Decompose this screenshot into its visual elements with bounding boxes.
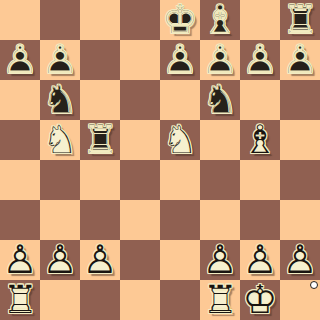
square-g6[interactable] [240, 80, 280, 120]
square-e7[interactable]: ♟♙ [160, 40, 200, 80]
white-knight-detail-icon: ♘ [160, 120, 200, 160]
black-knight: ♞♘ [200, 80, 240, 120]
black-pawn-detail-icon: ♙ [200, 40, 240, 80]
white-knight-icon: ♞ [40, 120, 80, 160]
square-f3[interactable] [200, 200, 240, 240]
chess-board: ♚♔♝♗♜♖♟♙♟♙♟♙♟♙♟♙♟♙♞♘♞♘♞♘♜♖♞♘♝♗♟♙♟♙♟♙♟♙♟♙… [0, 0, 320, 320]
black-king-icon: ♚ [160, 0, 200, 40]
black-knight-detail-icon: ♘ [200, 80, 240, 120]
black-pawn: ♟♙ [160, 40, 200, 80]
square-e2[interactable] [160, 240, 200, 280]
square-f6[interactable]: ♞♘ [200, 80, 240, 120]
square-g8[interactable] [240, 0, 280, 40]
square-e3[interactable] [160, 200, 200, 240]
white-to-move-indicator [310, 281, 318, 289]
black-bishop: ♝♗ [200, 0, 240, 40]
black-rook-icon: ♜ [80, 120, 120, 160]
square-d3[interactable] [120, 200, 160, 240]
black-knight-detail-icon: ♘ [40, 80, 80, 120]
chess-board-wrap: ♚♔♝♗♜♖♟♙♟♙♟♙♟♙♟♙♟♙♞♘♞♘♞♘♜♖♞♘♝♗♟♙♟♙♟♙♟♙♟♙… [0, 0, 320, 320]
square-b2[interactable]: ♟♙ [40, 240, 80, 280]
black-pawn: ♟♙ [240, 40, 280, 80]
white-pawn: ♟♙ [280, 240, 320, 280]
white-king-detail-icon: ♔ [240, 280, 280, 320]
square-a1[interactable]: ♜♖ [0, 280, 40, 320]
square-c3[interactable] [80, 200, 120, 240]
square-d2[interactable] [120, 240, 160, 280]
white-pawn: ♟♙ [240, 240, 280, 280]
black-pawn: ♟♙ [40, 40, 80, 80]
square-a2[interactable]: ♟♙ [0, 240, 40, 280]
white-king: ♚♔ [240, 280, 280, 320]
square-h4[interactable] [280, 160, 320, 200]
white-pawn-icon: ♟ [200, 240, 240, 280]
white-pawn-icon: ♟ [40, 240, 80, 280]
square-f7[interactable]: ♟♙ [200, 40, 240, 80]
square-c1[interactable] [80, 280, 120, 320]
square-c5[interactable]: ♜♖ [80, 120, 120, 160]
white-knight-detail-icon: ♘ [40, 120, 80, 160]
square-b8[interactable] [40, 0, 80, 40]
black-pawn: ♟♙ [280, 40, 320, 80]
square-a8[interactable] [0, 0, 40, 40]
square-g2[interactable]: ♟♙ [240, 240, 280, 280]
square-e6[interactable] [160, 80, 200, 120]
square-f4[interactable] [200, 160, 240, 200]
white-rook: ♜♖ [200, 280, 240, 320]
square-f5[interactable] [200, 120, 240, 160]
white-pawn: ♟♙ [200, 240, 240, 280]
black-pawn: ♟♙ [0, 40, 40, 80]
white-knight: ♞♘ [160, 120, 200, 160]
black-rook-detail-icon: ♖ [80, 120, 120, 160]
square-h7[interactable]: ♟♙ [280, 40, 320, 80]
square-f8[interactable]: ♝♗ [200, 0, 240, 40]
white-knight-icon: ♞ [160, 120, 200, 160]
white-rook-detail-icon: ♖ [200, 280, 240, 320]
white-pawn-detail-icon: ♙ [0, 240, 40, 280]
white-knight: ♞♘ [40, 120, 80, 160]
black-king: ♚♔ [160, 0, 200, 40]
square-e5[interactable]: ♞♘ [160, 120, 200, 160]
square-b3[interactable] [40, 200, 80, 240]
square-h2[interactable]: ♟♙ [280, 240, 320, 280]
square-h5[interactable] [280, 120, 320, 160]
square-c6[interactable] [80, 80, 120, 120]
white-pawn-detail-icon: ♙ [200, 240, 240, 280]
black-pawn-icon: ♟ [0, 40, 40, 80]
white-pawn: ♟♙ [0, 240, 40, 280]
square-d1[interactable] [120, 280, 160, 320]
square-g3[interactable] [240, 200, 280, 240]
white-rook-icon: ♜ [200, 280, 240, 320]
square-g4[interactable] [240, 160, 280, 200]
black-pawn-icon: ♟ [40, 40, 80, 80]
square-h3[interactable] [280, 200, 320, 240]
white-pawn-icon: ♟ [280, 240, 320, 280]
square-h6[interactable] [280, 80, 320, 120]
square-d8[interactable] [120, 0, 160, 40]
square-c4[interactable] [80, 160, 120, 200]
square-c8[interactable] [80, 0, 120, 40]
square-g1[interactable]: ♚♔ [240, 280, 280, 320]
white-pawn-detail-icon: ♙ [280, 240, 320, 280]
square-b5[interactable]: ♞♘ [40, 120, 80, 160]
black-pawn-icon: ♟ [240, 40, 280, 80]
black-rook: ♜♖ [280, 0, 320, 40]
white-bishop-detail-icon: ♗ [240, 120, 280, 160]
square-h8[interactable]: ♜♖ [280, 0, 320, 40]
square-g5[interactable]: ♝♗ [240, 120, 280, 160]
black-knight-icon: ♞ [200, 80, 240, 120]
square-d6[interactable] [120, 80, 160, 120]
square-a3[interactable] [0, 200, 40, 240]
white-rook-icon: ♜ [0, 280, 40, 320]
square-g7[interactable]: ♟♙ [240, 40, 280, 80]
square-a4[interactable] [0, 160, 40, 200]
white-rook: ♜♖ [0, 280, 40, 320]
black-pawn-detail-icon: ♙ [280, 40, 320, 80]
white-bishop: ♝♗ [240, 120, 280, 160]
square-a6[interactable] [0, 80, 40, 120]
black-pawn-detail-icon: ♙ [0, 40, 40, 80]
white-pawn-icon: ♟ [0, 240, 40, 280]
white-pawn-detail-icon: ♙ [240, 240, 280, 280]
square-d5[interactable] [120, 120, 160, 160]
square-b1[interactable] [40, 280, 80, 320]
white-pawn-icon: ♟ [80, 240, 120, 280]
black-rook-detail-icon: ♖ [280, 0, 320, 40]
black-pawn-detail-icon: ♙ [240, 40, 280, 80]
square-f1[interactable]: ♜♖ [200, 280, 240, 320]
white-pawn-detail-icon: ♙ [40, 240, 80, 280]
square-a5[interactable] [0, 120, 40, 160]
square-e1[interactable] [160, 280, 200, 320]
white-pawn: ♟♙ [40, 240, 80, 280]
square-e8[interactable]: ♚♔ [160, 0, 200, 40]
black-pawn-icon: ♟ [280, 40, 320, 80]
square-d7[interactable] [120, 40, 160, 80]
black-pawn-detail-icon: ♙ [40, 40, 80, 80]
black-bishop-detail-icon: ♗ [200, 0, 240, 40]
black-pawn-icon: ♟ [200, 40, 240, 80]
square-c2[interactable]: ♟♙ [80, 240, 120, 280]
white-rook-detail-icon: ♖ [0, 280, 40, 320]
square-b7[interactable]: ♟♙ [40, 40, 80, 80]
square-c7[interactable] [80, 40, 120, 80]
white-pawn-icon: ♟ [240, 240, 280, 280]
black-knight: ♞♘ [40, 80, 80, 120]
white-pawn-detail-icon: ♙ [80, 240, 120, 280]
square-b6[interactable]: ♞♘ [40, 80, 80, 120]
square-f2[interactable]: ♟♙ [200, 240, 240, 280]
black-pawn-icon: ♟ [160, 40, 200, 80]
black-pawn-detail-icon: ♙ [160, 40, 200, 80]
black-bishop-icon: ♝ [200, 0, 240, 40]
square-a7[interactable]: ♟♙ [0, 40, 40, 80]
square-e4[interactable] [160, 160, 200, 200]
black-pawn: ♟♙ [200, 40, 240, 80]
square-b4[interactable] [40, 160, 80, 200]
white-pawn: ♟♙ [80, 240, 120, 280]
black-knight-icon: ♞ [40, 80, 80, 120]
black-rook: ♜♖ [80, 120, 120, 160]
black-rook-icon: ♜ [280, 0, 320, 40]
black-king-detail-icon: ♔ [160, 0, 200, 40]
white-king-icon: ♚ [240, 280, 280, 320]
white-bishop-icon: ♝ [240, 120, 280, 160]
square-d4[interactable] [120, 160, 160, 200]
